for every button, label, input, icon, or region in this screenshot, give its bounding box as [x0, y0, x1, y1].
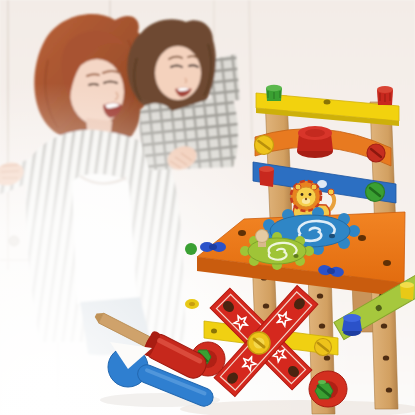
red-peg-on-blue-bar: [259, 166, 274, 187]
screenshot-root: [0, 0, 415, 415]
product-photo: [0, 0, 415, 415]
red-wheel-front: [309, 371, 347, 407]
green-bolt: [185, 243, 197, 255]
green-peg: [266, 85, 282, 101]
red-peg: [377, 86, 393, 105]
center-yellow-bolt: [248, 332, 270, 354]
top-bar-hole: [324, 100, 331, 105]
seat-hole: [238, 230, 246, 236]
seat-hole: [358, 235, 366, 241]
green-gear: [240, 232, 314, 270]
big-red-bolt: [297, 126, 333, 158]
seat-hole: [383, 260, 391, 266]
